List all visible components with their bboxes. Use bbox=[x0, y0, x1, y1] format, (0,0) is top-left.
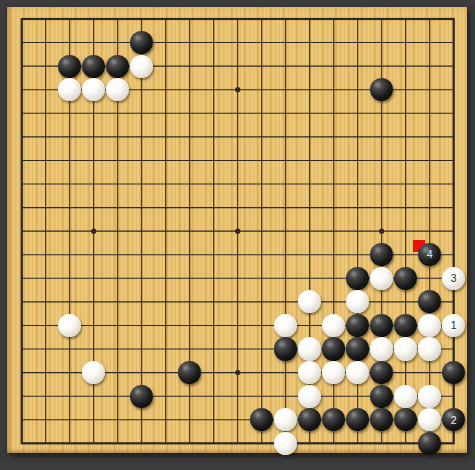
stone-black[interactable] bbox=[106, 55, 129, 78]
stone-white[interactable] bbox=[370, 337, 393, 360]
stone-black[interactable] bbox=[322, 337, 345, 360]
move-number-label: 1 bbox=[451, 320, 457, 331]
move-number-label: 3 bbox=[451, 273, 457, 284]
stone-black[interactable] bbox=[130, 385, 153, 408]
stone-white[interactable] bbox=[130, 55, 153, 78]
stone-black[interactable] bbox=[274, 337, 297, 360]
move-number-label: 4 bbox=[427, 249, 433, 260]
stone-black[interactable] bbox=[82, 55, 105, 78]
stone-black[interactable] bbox=[418, 432, 441, 455]
stone-white[interactable] bbox=[274, 432, 297, 455]
stone-black[interactable] bbox=[346, 267, 369, 290]
stone-white[interactable] bbox=[394, 337, 417, 360]
go-board-app: 4312 bbox=[0, 0, 475, 470]
stone-black[interactable] bbox=[370, 385, 393, 408]
stone-black[interactable] bbox=[394, 267, 417, 290]
stone-white[interactable] bbox=[298, 385, 321, 408]
stone-black[interactable] bbox=[58, 55, 81, 78]
stone-white[interactable] bbox=[418, 385, 441, 408]
stone-black[interactable] bbox=[346, 337, 369, 360]
stone-white[interactable] bbox=[394, 385, 417, 408]
move-number-label: 2 bbox=[451, 415, 457, 426]
stone-white[interactable] bbox=[298, 337, 321, 360]
goban[interactable]: 4312 bbox=[7, 7, 467, 453]
stone-white[interactable] bbox=[370, 267, 393, 290]
stone-white[interactable] bbox=[418, 337, 441, 360]
stone-white[interactable]: 3 bbox=[442, 267, 465, 290]
